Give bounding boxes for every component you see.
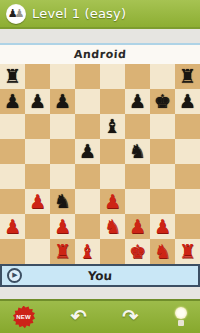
piece-black-pawn: ♟ xyxy=(4,89,21,114)
square-e5[interactable] xyxy=(100,139,125,164)
square-f3[interactable] xyxy=(125,189,150,214)
square-c2[interactable]: ♟ xyxy=(50,214,75,239)
square-a3[interactable] xyxy=(0,189,25,214)
square-f1[interactable]: ♚ xyxy=(125,239,150,264)
square-a1[interactable] xyxy=(0,239,25,264)
piece-black-bishop: ♝ xyxy=(104,114,121,139)
square-e4[interactable] xyxy=(100,164,125,189)
piece-red-knight: ♞ xyxy=(104,214,121,239)
redo-icon: ↷ xyxy=(122,306,138,328)
new-feature-button[interactable]: NEW xyxy=(12,306,35,329)
square-c7[interactable]: ♟ xyxy=(50,89,75,114)
square-g2[interactable]: ♟ xyxy=(150,214,175,239)
piece-red-rook: ♜ xyxy=(54,239,71,264)
piece-black-pawn: ♟ xyxy=(179,89,196,114)
square-d8[interactable] xyxy=(75,64,100,89)
square-c1[interactable]: ♜ xyxy=(50,239,75,264)
piece-red-king: ♚ xyxy=(129,239,146,264)
square-c4[interactable] xyxy=(50,164,75,189)
piece-black-king: ♚ xyxy=(154,89,171,114)
piece-black-pawn: ♟ xyxy=(79,139,96,164)
square-g7[interactable]: ♚ xyxy=(150,89,175,114)
square-b2[interactable] xyxy=(25,214,50,239)
piece-red-pawn: ♟ xyxy=(4,214,21,239)
new-badge-icon: NEW xyxy=(12,306,35,329)
square-e6[interactable]: ♝ xyxy=(100,114,125,139)
square-h5[interactable] xyxy=(175,139,200,164)
square-h7[interactable]: ♟ xyxy=(175,89,200,114)
piece-red-pawn: ♟ xyxy=(54,214,71,239)
square-g1[interactable]: ♞ xyxy=(150,239,175,264)
square-e1[interactable] xyxy=(100,239,125,264)
hint-bulb-icon xyxy=(174,307,188,327)
square-h6[interactable] xyxy=(175,114,200,139)
square-d7[interactable] xyxy=(75,89,100,114)
opponent-name: Android xyxy=(73,48,126,61)
piece-black-rook: ♜ xyxy=(4,64,21,89)
spacer-strip xyxy=(0,29,200,43)
square-e7[interactable] xyxy=(100,89,125,114)
square-f6[interactable] xyxy=(125,114,150,139)
square-f5[interactable]: ♞ xyxy=(125,139,150,164)
square-a5[interactable] xyxy=(0,139,25,164)
square-g6[interactable] xyxy=(150,114,175,139)
redo-button[interactable]: ↷ xyxy=(122,306,138,328)
bottom-toolbar: NEW ↶ ↷ xyxy=(0,299,200,333)
square-a6[interactable] xyxy=(0,114,25,139)
piece-black-knight: ♞ xyxy=(129,139,146,164)
square-b6[interactable] xyxy=(25,114,50,139)
square-e2[interactable]: ♞ xyxy=(100,214,125,239)
square-b4[interactable] xyxy=(25,164,50,189)
piece-black-rook: ♜ xyxy=(179,64,196,89)
square-h3[interactable] xyxy=(175,189,200,214)
square-d3[interactable] xyxy=(75,189,100,214)
piece-red-bishop: ♝ xyxy=(79,239,96,264)
square-b5[interactable] xyxy=(25,139,50,164)
square-f4[interactable] xyxy=(125,164,150,189)
piece-red-knight: ♞ xyxy=(154,239,171,264)
square-a8[interactable]: ♜ xyxy=(0,64,25,89)
square-d4[interactable] xyxy=(75,164,100,189)
piece-red-rook: ♜ xyxy=(179,239,196,264)
square-h2[interactable] xyxy=(175,214,200,239)
piece-red-pawn: ♟ xyxy=(104,189,121,214)
square-e8[interactable] xyxy=(100,64,125,89)
square-d6[interactable] xyxy=(75,114,100,139)
square-f2[interactable]: ♟ xyxy=(125,214,150,239)
square-g8[interactable] xyxy=(150,64,175,89)
piece-red-pawn: ♟ xyxy=(29,189,46,214)
square-h8[interactable]: ♜ xyxy=(175,64,200,89)
opponent-bar: Android xyxy=(0,43,200,64)
piece-black-knight: ♞ xyxy=(54,189,71,214)
square-e3[interactable]: ♟ xyxy=(100,189,125,214)
square-c5[interactable] xyxy=(50,139,75,164)
square-c8[interactable] xyxy=(50,64,75,89)
square-a4[interactable] xyxy=(0,164,25,189)
square-d2[interactable] xyxy=(75,214,100,239)
piece-red-pawn: ♟ xyxy=(129,214,146,239)
title-bar: ♟ ♟ Level 1 (easy) xyxy=(0,0,200,29)
undo-button[interactable]: ↶ xyxy=(71,306,87,328)
piece-black-pawn: ♟ xyxy=(54,89,71,114)
square-d5[interactable]: ♟ xyxy=(75,139,100,164)
square-f7[interactable]: ♟ xyxy=(125,89,150,114)
hint-button[interactable] xyxy=(174,307,188,327)
square-b1[interactable] xyxy=(25,239,50,264)
square-g4[interactable] xyxy=(150,164,175,189)
square-a2[interactable]: ♟ xyxy=(0,214,25,239)
player-name: You xyxy=(2,269,199,283)
square-f8[interactable] xyxy=(125,64,150,89)
square-h1[interactable]: ♜ xyxy=(175,239,200,264)
pawn-icon: ♟ xyxy=(15,4,25,24)
square-a7[interactable]: ♟ xyxy=(0,89,25,114)
square-g3[interactable] xyxy=(150,189,175,214)
square-g5[interactable] xyxy=(150,139,175,164)
square-b3[interactable]: ♟ xyxy=(25,189,50,214)
chess-board[interactable]: ♜♜♟♟♟♟♚♟♝♟♞♟♞♟♟♟♞♟♟♜♝♚♞♜ xyxy=(0,64,200,264)
piece-black-pawn: ♟ xyxy=(129,89,146,114)
square-b7[interactable]: ♟ xyxy=(25,89,50,114)
square-h4[interactable] xyxy=(175,164,200,189)
square-d1[interactable]: ♝ xyxy=(75,239,100,264)
screen-title: Level 1 (easy) xyxy=(32,6,126,21)
square-c6[interactable] xyxy=(50,114,75,139)
app-icon: ♟ ♟ xyxy=(6,4,26,24)
square-c3[interactable]: ♞ xyxy=(50,189,75,214)
undo-icon: ↶ xyxy=(71,306,87,328)
square-b8[interactable] xyxy=(25,64,50,89)
piece-black-pawn: ♟ xyxy=(29,89,46,114)
piece-red-pawn: ♟ xyxy=(154,214,171,239)
spacer-strip xyxy=(0,287,200,299)
player-bar: ▶ You xyxy=(0,264,200,287)
